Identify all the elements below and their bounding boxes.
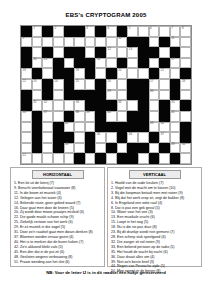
- grid-cell[interactable]: [170, 122, 181, 133]
- black-cell: [170, 47, 181, 58]
- grid-cell[interactable]: 1: [32, 26, 43, 37]
- grid-cell[interactable]: 35: [170, 100, 181, 111]
- clue-number: 33: [76, 101, 79, 105]
- grid-cell[interactable]: 21: [159, 68, 170, 79]
- grid-cell[interactable]: 12: [106, 47, 117, 58]
- clue-number: 17: [171, 58, 174, 62]
- clue-item-text: Blij dat het werk erop zit, zegt de bakk…: [115, 196, 184, 200]
- grid-cell[interactable]: 10: [117, 37, 128, 48]
- clue-item-text: Daar gaat men door de knieen (5): [20, 206, 74, 210]
- puzzle-title: EBS's CRYPTOGRAM 2005: [0, 12, 212, 18]
- clue-item-text: Een bekend persoon op de radio (5): [117, 245, 175, 249]
- clue-item-number: 51.: [14, 260, 19, 264]
- crossword-grid: 1234567891011121314151617181920212223242…: [20, 25, 192, 165]
- black-cell: [74, 153, 85, 164]
- clue-number: 4: [108, 27, 110, 31]
- grid-cell[interactable]: 44: [159, 122, 170, 133]
- grid-cell[interactable]: [53, 153, 64, 164]
- black-cell: [74, 58, 85, 69]
- grid-cell[interactable]: 50: [180, 143, 191, 154]
- grid-cell[interactable]: [74, 143, 85, 154]
- black-cell: [106, 100, 117, 111]
- clue-number: 50: [182, 143, 185, 147]
- clue-item-number: 18.: [111, 225, 116, 229]
- clue-number: 15: [44, 58, 47, 62]
- black-cell: [159, 37, 170, 48]
- grid-cell[interactable]: 42: [64, 122, 75, 133]
- black-cell: [149, 132, 160, 143]
- grid-cell[interactable]: [117, 90, 128, 101]
- grid-cell[interactable]: 28: [180, 79, 191, 90]
- clue-number: 44: [161, 122, 164, 126]
- grid-cell[interactable]: 22: [21, 79, 32, 90]
- clue-number: 25: [76, 80, 79, 84]
- clue-item-text: Regen van Perzische zijde (5): [117, 264, 165, 268]
- clue-item-text: Vogel met de macht om te kiezen (10): [115, 186, 176, 190]
- black-cell: [74, 47, 85, 58]
- clue-number: 8: [182, 27, 184, 31]
- grid-cell[interactable]: [170, 132, 181, 143]
- grid-cell[interactable]: 47: [159, 132, 170, 143]
- clue-number: 7: [171, 27, 173, 31]
- clue-number: 18: [23, 69, 26, 73]
- clue-number: 24: [54, 80, 57, 84]
- grid-cell[interactable]: 25: [74, 79, 85, 90]
- grid-cell[interactable]: [53, 47, 64, 58]
- black-cell: [117, 132, 128, 143]
- vertical-header: VERTICAAL: [129, 170, 181, 179]
- black-cell: [106, 122, 117, 133]
- clue-item-text: Het houdt de wacht bij nacht (6): [117, 250, 168, 254]
- black-cell: [53, 122, 64, 133]
- grid-cell[interactable]: [159, 47, 170, 58]
- clue-item-number: 9.: [14, 186, 17, 190]
- clue-number: 5: [129, 27, 131, 31]
- black-cell: [42, 26, 53, 37]
- clue-item-number: 28.: [111, 235, 116, 239]
- black-cell: [149, 47, 160, 58]
- black-cell: [85, 100, 96, 111]
- black-cell: [21, 90, 32, 101]
- grid-cell[interactable]: 18: [21, 68, 32, 79]
- black-cell: [170, 79, 181, 90]
- grid-cell[interactable]: [149, 100, 160, 111]
- clue-item-text: Ziekelijk vertoon van het werk (6): [20, 220, 73, 224]
- grid-cell[interactable]: [127, 100, 138, 111]
- clue-item-number: 40.: [14, 240, 19, 244]
- grid-cell[interactable]: [42, 37, 53, 48]
- black-cell: [21, 58, 32, 69]
- grid-cell[interactable]: 38: [74, 111, 85, 122]
- black-cell: [32, 68, 43, 79]
- clue-number: 14: [33, 58, 36, 62]
- clue-item-text: Hoofd van de oude keuken (7): [115, 181, 163, 185]
- grid-cell[interactable]: 45: [95, 132, 106, 143]
- clue-item-text: Een scherp stuk speelgoed (6): [117, 235, 166, 239]
- clue-number: 20: [118, 69, 121, 73]
- grid-cell[interactable]: [149, 37, 160, 48]
- clue-number: 22: [23, 80, 26, 84]
- black-cell: [32, 132, 43, 143]
- clue-number: 31: [33, 101, 36, 105]
- clue-number: 40: [108, 111, 111, 115]
- black-cell: [117, 122, 128, 133]
- clue-item-number: 15.: [111, 220, 116, 224]
- grid-cell[interactable]: [117, 47, 128, 58]
- grid-cell[interactable]: 33: [74, 100, 85, 111]
- grid-cell[interactable]: 11: [170, 37, 181, 48]
- clue-number: 38: [76, 111, 79, 115]
- grid-cell[interactable]: [64, 58, 75, 69]
- clue-item-number: 39.: [111, 260, 116, 264]
- grid-cell[interactable]: 14: [32, 58, 43, 69]
- black-cell: [159, 111, 170, 122]
- clue-item-number: 1.: [111, 181, 114, 185]
- black-cell: [42, 90, 53, 101]
- vertical-clue-list: 1.Hoofd van de oude keuken (7)2.Vogel me…: [111, 181, 198, 274]
- clue-item-number: 20.: [14, 210, 19, 214]
- grid-cell[interactable]: [180, 153, 191, 164]
- clue-number: 42: [65, 122, 68, 126]
- clue-item-text: Loopt in het oog (5): [117, 220, 148, 224]
- clue-number: 16: [97, 58, 100, 62]
- clue-number: 32: [44, 101, 47, 105]
- clue-item-number: 48.: [14, 255, 19, 259]
- grid-cell[interactable]: 5: [127, 26, 138, 37]
- black-cell: [138, 37, 149, 48]
- black-cell: [64, 79, 75, 90]
- grid-cell[interactable]: [85, 122, 96, 133]
- grid-cell[interactable]: [106, 132, 117, 143]
- grid-cell[interactable]: 51: [21, 153, 32, 164]
- black-cell: [95, 100, 106, 111]
- clue-item-number: 36.: [111, 255, 116, 259]
- black-cell: [127, 90, 138, 101]
- clue-item-number: 6.: [111, 201, 114, 205]
- grid-cell[interactable]: 27: [149, 79, 160, 90]
- clue-item-number: 13.: [111, 215, 116, 219]
- page: EBS's CRYPTOGRAM 2005 123456789101112131…: [0, 0, 212, 300]
- black-cell: [106, 68, 117, 79]
- grid-cell[interactable]: [53, 100, 64, 111]
- grid-cell[interactable]: [42, 143, 53, 154]
- grid-cell[interactable]: [138, 26, 149, 37]
- grid-cell[interactable]: [117, 111, 128, 122]
- grid-cell[interactable]: [64, 153, 75, 164]
- grid-cell[interactable]: [21, 143, 32, 154]
- grid-cell[interactable]: [180, 90, 191, 101]
- black-cell: [42, 47, 53, 58]
- grid-cell[interactable]: 19: [74, 68, 85, 79]
- grid-cell[interactable]: [159, 26, 170, 37]
- black-cell: [53, 143, 64, 154]
- black-cell: [138, 143, 149, 154]
- clue-item-number: 22.: [14, 215, 19, 219]
- black-cell: [117, 58, 128, 69]
- clue-number: 28: [182, 80, 185, 84]
- black-cell: [106, 143, 117, 154]
- black-cell: [95, 90, 106, 101]
- grid-cell[interactable]: 29: [106, 90, 117, 101]
- grid-cell[interactable]: [138, 132, 149, 143]
- grid-cell[interactable]: [32, 37, 43, 48]
- clue-number: 1: [33, 27, 35, 31]
- clue-item-number: 35.: [111, 250, 116, 254]
- grid-cell[interactable]: [180, 37, 191, 48]
- clue-item-text: Een lot uit de loterij (7): [18, 181, 54, 185]
- clue-item-text: In Engeland een witte raaf (4): [115, 201, 162, 205]
- clue-number: 30: [150, 90, 153, 94]
- grid-cell[interactable]: [106, 153, 117, 164]
- grid-cell[interactable]: [42, 122, 53, 133]
- black-cell: [117, 26, 128, 37]
- grid-cell[interactable]: 16: [95, 58, 106, 69]
- grid-cell[interactable]: [21, 132, 32, 143]
- clue-number: 34: [118, 101, 121, 105]
- black-cell: [95, 26, 106, 37]
- grid-cell[interactable]: [21, 122, 32, 133]
- grid-cell[interactable]: [149, 111, 160, 122]
- grid-cell[interactable]: 48: [64, 143, 75, 154]
- clues-horizontal-panel: HORIZONTAAL 5.Een lot uit de loterij (7)…: [10, 167, 105, 267]
- black-cell: [180, 68, 191, 79]
- black-cell: [149, 153, 160, 164]
- horizontal-clue-list: 5.Een lot uit de loterij (7)9.Berucht ve…: [14, 181, 101, 264]
- grid-cell[interactable]: 17: [170, 58, 181, 69]
- black-cell: [180, 122, 191, 133]
- black-cell: [127, 122, 138, 133]
- grid-cell[interactable]: [149, 58, 160, 69]
- black-cell: [95, 79, 106, 90]
- grid-cell[interactable]: 41: [170, 111, 181, 122]
- footnote: NB: Voor de letter IJ is in dit raadsel …: [0, 270, 212, 275]
- grid-cell[interactable]: [53, 111, 64, 122]
- grid-cell[interactable]: 30: [149, 90, 160, 101]
- grid-cell[interactable]: [74, 37, 85, 48]
- clue-item-number: 2.: [111, 186, 114, 190]
- grid-cell[interactable]: [85, 37, 96, 48]
- clues-vertical-panel: VERTICAAL 1.Hoofd van de oude keuken (7)…: [107, 167, 202, 267]
- clue-item-text: Berucht veenkoloniaal vaarwater (8): [18, 186, 76, 190]
- clue-number: 2: [54, 27, 56, 31]
- grid-cell[interactable]: 31: [32, 100, 43, 111]
- grid-cell[interactable]: 43: [149, 122, 160, 133]
- grid-cell[interactable]: 6: [149, 26, 160, 37]
- clue-number: 51: [23, 154, 26, 158]
- grid-cell[interactable]: [149, 143, 160, 154]
- grid-cell[interactable]: [95, 143, 106, 154]
- clue-item-text: Dat is pas een gek geval (5): [115, 206, 160, 210]
- clue-item-number: 14.: [14, 201, 19, 205]
- grid-cell[interactable]: [159, 153, 170, 164]
- grid-cell[interactable]: 24: [53, 79, 64, 90]
- grid-cell[interactable]: [32, 47, 43, 58]
- clue-item-number: 42.: [14, 245, 19, 249]
- clue-item-text: Bekende route, geen gebed waard (7): [20, 201, 81, 205]
- clue-item-number: 29.: [14, 225, 19, 229]
- black-cell: [64, 68, 75, 79]
- grid-cell[interactable]: 7: [170, 26, 181, 37]
- grid-cell[interactable]: [64, 100, 75, 111]
- black-cell: [64, 47, 75, 58]
- grid-cell[interactable]: [53, 90, 64, 101]
- grid-cell[interactable]: [95, 68, 106, 79]
- black-cell: [138, 79, 149, 90]
- black-cell: [138, 47, 149, 58]
- clue-item: 51.Fraaie wending aan het slot (6): [14, 260, 101, 265]
- grid-cell[interactable]: [85, 47, 96, 58]
- grid-cell[interactable]: 13: [127, 47, 138, 58]
- grid-cell[interactable]: [74, 132, 85, 143]
- grid-cell[interactable]: [117, 143, 128, 154]
- clue-item-number: 10.: [111, 210, 116, 214]
- black-cell: [85, 143, 96, 154]
- black-cell: [21, 100, 32, 111]
- clue-item-text: Er zit muziek in die vogel (5): [20, 225, 65, 229]
- black-cell: [85, 90, 96, 101]
- black-cell: [159, 58, 170, 69]
- clue-item-text: Daar draait alles om (4): [117, 255, 155, 259]
- grid-cell[interactable]: 20: [117, 68, 128, 79]
- black-cell: [85, 58, 96, 69]
- grid-cell[interactable]: [106, 58, 117, 69]
- grid-cell[interactable]: [95, 37, 106, 48]
- grid-cell[interactable]: [180, 47, 191, 58]
- grid-cell[interactable]: [106, 37, 117, 48]
- clue-number: 46: [129, 133, 132, 137]
- grid-cell[interactable]: 3: [85, 26, 96, 37]
- black-cell: [64, 132, 75, 143]
- grid-cell[interactable]: [127, 68, 138, 79]
- black-cell: [64, 111, 75, 122]
- grid-cell[interactable]: 49: [170, 143, 181, 154]
- black-cell: [85, 132, 96, 143]
- grid-cell[interactable]: [42, 153, 53, 164]
- black-cell: [42, 79, 53, 90]
- clue-item-text: Gelegen aan het water (6): [20, 196, 62, 200]
- clue-item-text: Die garde maakt schoon schip (9): [20, 215, 74, 219]
- black-cell: [95, 153, 106, 164]
- black-cell: [21, 26, 32, 37]
- clue-number: 12: [108, 48, 111, 52]
- grid-cell[interactable]: 15: [42, 58, 53, 69]
- grid-cell[interactable]: 39: [85, 111, 96, 122]
- clue-item-text: Het is te merken dat de buren koken (7): [20, 240, 83, 244]
- grid-cell[interactable]: 2: [53, 26, 64, 37]
- clue-item-number: 44.: [111, 264, 116, 268]
- black-cell: [138, 90, 149, 101]
- grid-cell[interactable]: 9: [21, 37, 32, 48]
- clue-number: 27: [150, 80, 153, 84]
- black-cell: [127, 153, 138, 164]
- clue-number: 10: [118, 37, 121, 41]
- clue-item-number: 4.: [111, 196, 114, 200]
- grid-cell[interactable]: [170, 68, 181, 79]
- grid-cell[interactable]: [32, 153, 43, 164]
- clue-item-text: Gesloten wegens verbouwing (8): [20, 255, 73, 259]
- clue-item-text: Die zanger zit vol noten (9): [117, 240, 160, 244]
- grid-cell[interactable]: [64, 37, 75, 48]
- clue-item-number: 12.: [14, 196, 19, 200]
- grid-cell[interactable]: 37: [42, 111, 53, 122]
- black-cell: [117, 153, 128, 164]
- clue-item-text: Zo'n akkoord klinkt vals (5): [20, 245, 63, 249]
- black-cell: [95, 122, 106, 133]
- black-cell: [32, 111, 43, 122]
- black-cell: [180, 132, 191, 143]
- clue-item-number: 32.: [111, 240, 116, 244]
- black-cell: [159, 143, 170, 154]
- grid-cell[interactable]: 46: [127, 132, 138, 143]
- grid-cell[interactable]: 4: [106, 26, 117, 37]
- grid-cell[interactable]: 32: [42, 100, 53, 111]
- grid-cell[interactable]: [138, 153, 149, 164]
- black-cell: [32, 122, 43, 133]
- grid-cell[interactable]: 34: [117, 100, 128, 111]
- black-cell: [138, 58, 149, 69]
- grid-cell[interactable]: [138, 68, 149, 79]
- grid-cell[interactable]: 23: [32, 79, 43, 90]
- grid-cell[interactable]: [85, 79, 96, 90]
- clue-item-number: 45.: [14, 250, 19, 254]
- grid-cell[interactable]: [159, 90, 170, 101]
- black-cell: [138, 100, 149, 111]
- clue-item-text: In die boom zit muziek (4): [20, 191, 61, 195]
- clue-number: 43: [150, 122, 153, 126]
- grid-cell[interactable]: 26: [106, 79, 117, 90]
- black-cell: [127, 143, 138, 154]
- grid-cell[interactable]: [42, 68, 53, 79]
- black-cell: [149, 68, 160, 79]
- grid-cell[interactable]: [85, 153, 96, 164]
- black-cell: [159, 100, 170, 111]
- clue-number: 47: [161, 133, 164, 137]
- black-cell: [53, 58, 64, 69]
- clue-number: 26: [108, 80, 111, 84]
- grid-cell[interactable]: [74, 122, 85, 133]
- grid-cell[interactable]: [32, 90, 43, 101]
- black-cell: [127, 79, 138, 90]
- clue-number: 36: [23, 111, 26, 115]
- clue-number: 13: [129, 48, 132, 52]
- clue-item-number: 37.: [14, 235, 19, 239]
- clue-number: 41: [171, 111, 174, 115]
- clue-item-number: 31.: [14, 230, 19, 234]
- grid-cell[interactable]: 40: [106, 111, 117, 122]
- grid-cell[interactable]: 8: [180, 26, 191, 37]
- clue-number: 45: [97, 133, 100, 137]
- black-cell: [95, 47, 106, 58]
- grid-cell[interactable]: [117, 79, 128, 90]
- clue-number: 37: [44, 111, 47, 115]
- grid-cell[interactable]: 36: [21, 111, 32, 122]
- clue-number: 49: [171, 143, 174, 147]
- grid-cell[interactable]: [180, 111, 191, 122]
- clue-item-number: 3.: [111, 191, 114, 195]
- black-cell: [64, 26, 75, 37]
- clue-number: 3: [86, 27, 88, 31]
- grid-cell[interactable]: [53, 37, 64, 48]
- clue-item-text: Een muzikale vrucht (6): [117, 215, 155, 219]
- grid-cell[interactable]: [180, 58, 191, 69]
- black-cell: [170, 90, 181, 101]
- clue-item-text: Fraaie wending aan het slot (6): [20, 260, 70, 264]
- grid-cell[interactable]: [42, 132, 53, 143]
- grid-cell[interactable]: [159, 79, 170, 90]
- clue-item-number: 8.: [111, 206, 114, 210]
- black-cell: [53, 68, 64, 79]
- grid-cell[interactable]: [127, 58, 138, 69]
